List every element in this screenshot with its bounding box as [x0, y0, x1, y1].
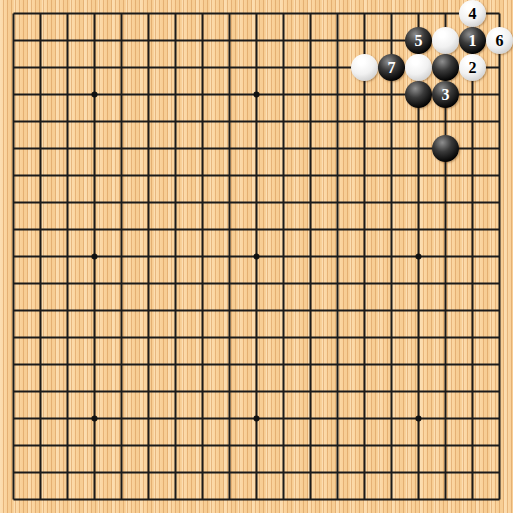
stone-white-t18-move-6[interactable]: 6 [486, 27, 513, 54]
stone-white-s19-move-4[interactable]: 4 [459, 0, 486, 27]
stone-black-r16-move-3[interactable]: 3 [432, 81, 459, 108]
stone-white-o17[interactable] [351, 54, 378, 81]
stone-white-q17[interactable] [405, 54, 432, 81]
stone-layer[interactable]: 4516723 [0, 0, 513, 513]
stone-white-r18[interactable] [432, 27, 459, 54]
stone-black-r14[interactable] [432, 135, 459, 162]
stone-black-p17-move-7[interactable]: 7 [378, 54, 405, 81]
stone-black-s18-move-1[interactable]: 1 [459, 27, 486, 54]
go-board[interactable]: 4516723 [0, 0, 513, 513]
stone-black-q16[interactable] [405, 81, 432, 108]
stone-white-s17-move-2[interactable]: 2 [459, 54, 486, 81]
stone-black-r17[interactable] [432, 54, 459, 81]
stone-black-q18-move-5[interactable]: 5 [405, 27, 432, 54]
